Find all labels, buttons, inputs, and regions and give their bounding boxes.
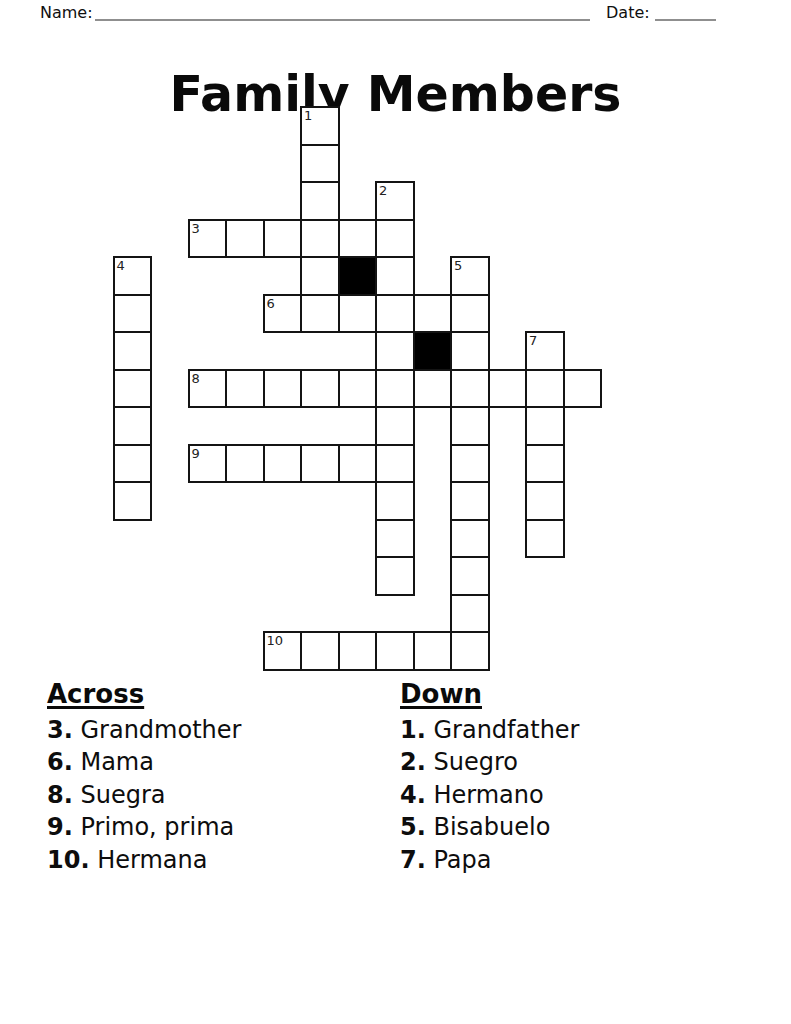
white-cell[interactable] <box>450 369 490 409</box>
white-cell[interactable] <box>450 631 490 671</box>
white-cell[interactable] <box>375 331 415 371</box>
white-cell[interactable] <box>413 369 453 409</box>
white-cell[interactable]: 1 <box>300 106 340 146</box>
white-cell[interactable] <box>375 519 415 559</box>
clue-item: 4. Hermano <box>400 779 579 811</box>
cell-number: 3 <box>192 221 200 236</box>
white-cell[interactable] <box>375 369 415 409</box>
name-label: Name: <box>40 3 93 22</box>
white-cell[interactable] <box>113 444 153 484</box>
name-input-line[interactable] <box>95 19 590 21</box>
white-cell[interactable] <box>338 444 378 484</box>
white-cell[interactable] <box>338 219 378 259</box>
white-cell[interactable] <box>300 219 340 259</box>
white-cell[interactable] <box>525 519 565 559</box>
white-cell[interactable] <box>375 481 415 521</box>
clue-item: 8. Suegra <box>47 779 241 811</box>
white-cell[interactable] <box>300 631 340 671</box>
white-cell[interactable] <box>225 444 265 484</box>
white-cell[interactable] <box>338 294 378 334</box>
white-cell[interactable] <box>300 256 340 296</box>
white-cell[interactable]: 7 <box>525 331 565 371</box>
white-cell[interactable] <box>300 444 340 484</box>
white-cell[interactable] <box>300 369 340 409</box>
cell-number: 9 <box>192 446 200 461</box>
white-cell[interactable] <box>300 294 340 334</box>
white-cell[interactable] <box>450 519 490 559</box>
cell-number: 8 <box>192 371 200 386</box>
white-cell[interactable] <box>113 369 153 409</box>
across-clue-list: 3. Grandmother6. Mama8. Suegra9. Primo, … <box>47 714 241 876</box>
clue-text: Primo, prima <box>73 813 234 841</box>
white-cell[interactable]: 5 <box>450 256 490 296</box>
white-cell[interactable] <box>300 181 340 221</box>
down-clue-list: 1. Grandfather2. Suegro4. Hermano5. Bisa… <box>400 714 579 876</box>
worksheet-page: Name: Date: Family Members 12345678910 A… <box>0 0 791 1024</box>
cell-number: 7 <box>529 333 537 348</box>
clue-text: Hermana <box>90 846 208 874</box>
white-cell[interactable] <box>450 556 490 596</box>
white-cell[interactable] <box>563 369 603 409</box>
white-cell[interactable] <box>338 631 378 671</box>
white-cell[interactable] <box>413 631 453 671</box>
clue-number: 7. <box>400 846 426 874</box>
clue-text: Mama <box>73 748 154 776</box>
white-cell[interactable] <box>225 219 265 259</box>
across-section: Across 3. Grandmother6. Mama8. Suegra9. … <box>47 680 241 876</box>
clue-number: 2. <box>400 748 426 776</box>
white-cell[interactable] <box>113 331 153 371</box>
white-cell[interactable] <box>263 369 303 409</box>
clue-text: Grandfather <box>426 716 580 744</box>
white-cell[interactable] <box>263 444 303 484</box>
clue-item: 2. Suegro <box>400 746 579 778</box>
white-cell[interactable] <box>375 556 415 596</box>
clue-item: 9. Primo, prima <box>47 811 241 843</box>
white-cell[interactable] <box>375 406 415 446</box>
white-cell[interactable]: 6 <box>263 294 303 334</box>
clue-number: 9. <box>47 813 73 841</box>
down-section: Down 1. Grandfather2. Suegro4. Hermano5.… <box>400 680 579 876</box>
date-label: Date: <box>606 3 650 22</box>
white-cell[interactable] <box>113 294 153 334</box>
white-cell[interactable] <box>375 256 415 296</box>
white-cell[interactable] <box>525 406 565 446</box>
white-cell[interactable] <box>450 294 490 334</box>
clue-item: 7. Papa <box>400 844 579 876</box>
white-cell[interactable] <box>450 481 490 521</box>
across-header: Across <box>47 680 241 708</box>
white-cell[interactable] <box>525 369 565 409</box>
clue-number: 4. <box>400 781 426 809</box>
clue-number: 6. <box>47 748 73 776</box>
black-cell <box>413 331 453 371</box>
clue-number: 3. <box>47 716 73 744</box>
cell-number: 10 <box>267 633 284 648</box>
white-cell[interactable]: 10 <box>263 631 303 671</box>
clue-text: Suegro <box>426 748 518 776</box>
white-cell[interactable] <box>450 594 490 634</box>
crossword-grid: 12345678910 <box>114 107 602 670</box>
white-cell[interactable] <box>488 369 528 409</box>
white-cell[interactable] <box>263 219 303 259</box>
white-cell[interactable]: 3 <box>188 219 228 259</box>
cell-number: 4 <box>117 258 125 273</box>
white-cell[interactable] <box>375 294 415 334</box>
clue-item: 6. Mama <box>47 746 241 778</box>
white-cell[interactable]: 9 <box>188 444 228 484</box>
white-cell[interactable]: 4 <box>113 256 153 296</box>
white-cell[interactable] <box>300 144 340 184</box>
white-cell[interactable] <box>525 444 565 484</box>
date-input-line[interactable] <box>655 19 716 21</box>
clue-item: 10. Hermana <box>47 844 241 876</box>
black-cell <box>338 256 378 296</box>
white-cell[interactable] <box>338 369 378 409</box>
clue-text: Suegra <box>73 781 166 809</box>
white-cell[interactable] <box>375 219 415 259</box>
clue-text: Grandmother <box>73 716 242 744</box>
white-cell[interactable] <box>450 331 490 371</box>
clue-number: 5. <box>400 813 426 841</box>
white-cell[interactable]: 8 <box>188 369 228 409</box>
clue-item: 1. Grandfather <box>400 714 579 746</box>
cell-number: 6 <box>267 296 275 311</box>
white-cell[interactable] <box>375 444 415 484</box>
clue-text: Papa <box>426 846 492 874</box>
white-cell[interactable] <box>413 294 453 334</box>
white-cell[interactable] <box>113 406 153 446</box>
clue-item: 5. Bisabuelo <box>400 811 579 843</box>
white-cell[interactable] <box>450 406 490 446</box>
cell-number: 5 <box>454 258 462 273</box>
clue-item: 3. Grandmother <box>47 714 241 746</box>
white-cell[interactable]: 2 <box>375 181 415 221</box>
white-cell[interactable] <box>450 444 490 484</box>
clue-number: 10. <box>47 846 90 874</box>
clue-text: Hermano <box>426 781 544 809</box>
cell-number: 1 <box>304 108 312 123</box>
white-cell[interactable] <box>113 481 153 521</box>
white-cell[interactable] <box>225 369 265 409</box>
white-cell[interactable] <box>525 481 565 521</box>
clue-number: 1. <box>400 716 426 744</box>
clue-number: 8. <box>47 781 73 809</box>
white-cell[interactable] <box>375 631 415 671</box>
down-header: Down <box>400 680 579 708</box>
clue-text: Bisabuelo <box>426 813 551 841</box>
cell-number: 2 <box>379 183 387 198</box>
